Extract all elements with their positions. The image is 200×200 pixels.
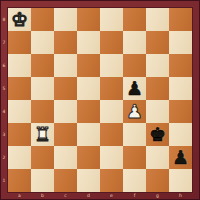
- square-h7[interactable]: [169, 31, 192, 54]
- square-h5[interactable]: [169, 77, 192, 100]
- square-h8[interactable]: [169, 8, 192, 31]
- chess-board: ♚♟♟♜♚♟: [8, 8, 192, 192]
- square-e3[interactable]: [100, 123, 123, 146]
- square-h2[interactable]: ♟: [169, 146, 192, 169]
- square-c4[interactable]: [54, 100, 77, 123]
- square-g7[interactable]: [146, 31, 169, 54]
- square-f3[interactable]: [123, 123, 146, 146]
- rank-label-1: 1: [0, 178, 8, 183]
- square-c6[interactable]: [54, 54, 77, 77]
- square-b6[interactable]: [31, 54, 54, 77]
- square-b3[interactable]: ♜: [31, 123, 54, 146]
- square-h6[interactable]: [169, 54, 192, 77]
- square-a6[interactable]: [8, 54, 31, 77]
- square-e2[interactable]: [100, 146, 123, 169]
- rank-label-4: 4: [0, 109, 8, 114]
- file-label-a: a: [8, 193, 31, 199]
- square-e4[interactable]: [100, 100, 123, 123]
- square-a2[interactable]: [8, 146, 31, 169]
- file-label-f: f: [123, 193, 146, 199]
- square-a7[interactable]: [8, 31, 31, 54]
- file-label-g: g: [146, 193, 169, 199]
- file-label-d: d: [77, 193, 100, 199]
- black-king-g3[interactable]: ♚: [149, 123, 166, 146]
- square-b4[interactable]: [31, 100, 54, 123]
- rank-label-2: 2: [0, 155, 8, 160]
- square-d1[interactable]: [77, 169, 100, 192]
- square-b1[interactable]: [31, 169, 54, 192]
- rank-label-3: 3: [0, 132, 8, 137]
- white-king-a8[interactable]: ♚: [11, 8, 28, 31]
- square-b2[interactable]: [31, 146, 54, 169]
- square-a8[interactable]: ♚: [8, 8, 31, 31]
- square-e5[interactable]: [100, 77, 123, 100]
- square-b5[interactable]: [31, 77, 54, 100]
- chess-board-frame: ♚♟♟♜♚♟ 87654321 abcdefgh: [0, 0, 200, 200]
- file-label-e: e: [100, 193, 123, 199]
- square-e6[interactable]: [100, 54, 123, 77]
- square-g8[interactable]: [146, 8, 169, 31]
- square-c7[interactable]: [54, 31, 77, 54]
- rank-label-8: 8: [0, 17, 8, 22]
- square-h4[interactable]: [169, 100, 192, 123]
- rank-label-6: 6: [0, 63, 8, 68]
- square-c2[interactable]: [54, 146, 77, 169]
- square-f6[interactable]: [123, 54, 146, 77]
- white-rook-b3[interactable]: ♜: [34, 123, 51, 146]
- rank-label-7: 7: [0, 40, 8, 45]
- square-c3[interactable]: [54, 123, 77, 146]
- square-d2[interactable]: [77, 146, 100, 169]
- rank-label-5: 5: [0, 86, 8, 91]
- square-d4[interactable]: [77, 100, 100, 123]
- file-label-b: b: [31, 193, 54, 199]
- file-label-c: c: [54, 193, 77, 199]
- square-g3[interactable]: ♚: [146, 123, 169, 146]
- square-h1[interactable]: [169, 169, 192, 192]
- square-f2[interactable]: [123, 146, 146, 169]
- square-e1[interactable]: [100, 169, 123, 192]
- square-d3[interactable]: [77, 123, 100, 146]
- square-f4[interactable]: ♟: [123, 100, 146, 123]
- square-a1[interactable]: [8, 169, 31, 192]
- square-c1[interactable]: [54, 169, 77, 192]
- square-f1[interactable]: [123, 169, 146, 192]
- square-g5[interactable]: [146, 77, 169, 100]
- white-pawn-f4[interactable]: ♟: [126, 100, 143, 123]
- square-f5[interactable]: ♟: [123, 77, 146, 100]
- square-d7[interactable]: [77, 31, 100, 54]
- black-pawn-f5[interactable]: ♟: [126, 77, 143, 100]
- square-g6[interactable]: [146, 54, 169, 77]
- square-a4[interactable]: [8, 100, 31, 123]
- square-g1[interactable]: [146, 169, 169, 192]
- square-e8[interactable]: [100, 8, 123, 31]
- square-b7[interactable]: [31, 31, 54, 54]
- square-b8[interactable]: [31, 8, 54, 31]
- black-pawn-h2[interactable]: ♟: [172, 146, 189, 169]
- square-c8[interactable]: [54, 8, 77, 31]
- square-c5[interactable]: [54, 77, 77, 100]
- square-f7[interactable]: [123, 31, 146, 54]
- square-f8[interactable]: [123, 8, 146, 31]
- square-g2[interactable]: [146, 146, 169, 169]
- square-d6[interactable]: [77, 54, 100, 77]
- file-label-h: h: [169, 193, 192, 199]
- square-h3[interactable]: [169, 123, 192, 146]
- square-a5[interactable]: [8, 77, 31, 100]
- square-g4[interactable]: [146, 100, 169, 123]
- square-a3[interactable]: [8, 123, 31, 146]
- square-e7[interactable]: [100, 31, 123, 54]
- square-d8[interactable]: [77, 8, 100, 31]
- square-d5[interactable]: [77, 77, 100, 100]
